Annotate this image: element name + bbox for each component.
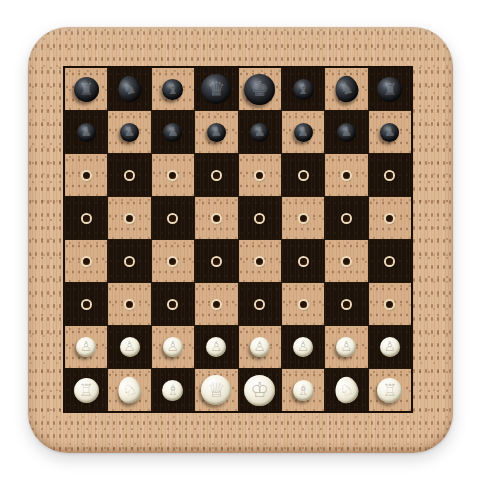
square-c5[interactable] <box>152 197 194 239</box>
piece-black-pawn-g7[interactable]: ♟ <box>337 123 356 142</box>
white-pawn-glyph-icon: ♙ <box>167 340 179 354</box>
piece-white-rook-h1[interactable]: ♖ <box>377 378 402 403</box>
square-a5[interactable] <box>65 197 107 239</box>
square-f4[interactable] <box>282 240 324 282</box>
peg-hole <box>126 215 133 222</box>
piece-white-pawn-d2[interactable]: ♙ <box>206 337 226 357</box>
peg-hole <box>169 172 176 179</box>
square-b1[interactable]: ♘ <box>108 369 150 411</box>
square-c1[interactable]: ♗ <box>152 369 194 411</box>
peg-hole <box>213 258 220 265</box>
piece-white-pawn-e2[interactable]: ♙ <box>250 337 270 357</box>
piece-white-bishop-f1[interactable]: ♗ <box>293 380 314 401</box>
square-f2[interactable]: ♙ <box>282 326 324 368</box>
piece-white-rook-a1[interactable]: ♖ <box>74 378 99 403</box>
piece-white-knight-b1[interactable]: ♘ <box>115 374 145 406</box>
peg-hole <box>169 258 176 265</box>
black-knight-glyph-icon: ♞ <box>337 79 355 98</box>
black-pawn-glyph-icon: ♟ <box>167 126 179 139</box>
square-d4[interactable] <box>195 240 237 282</box>
peg-hole <box>343 215 350 222</box>
square-g2[interactable]: ♙ <box>325 326 367 368</box>
peg-hole <box>300 258 307 265</box>
black-pawn-glyph-icon: ♟ <box>254 126 266 139</box>
black-king-glyph-icon: ♚ <box>250 78 269 99</box>
piece-black-pawn-e7[interactable]: ♟ <box>250 123 269 142</box>
piece-white-king-e1[interactable]: ♔ <box>244 375 275 406</box>
black-pawn-glyph-icon: ♟ <box>297 126 309 139</box>
piece-black-queen-d8[interactable]: ♛ <box>201 74 231 104</box>
square-h4[interactable] <box>369 240 411 282</box>
square-g1[interactable]: ♘ <box>325 369 367 411</box>
square-g5[interactable] <box>325 197 367 239</box>
black-bishop-glyph-icon: ♝ <box>297 82 310 96</box>
peg-hole <box>300 172 307 179</box>
black-pawn-glyph-icon: ♟ <box>341 126 353 139</box>
peg-hole <box>256 172 263 179</box>
chess-board: ♜♞♝♛♚♝♞♜♟♟♟♟♟♟♟♟♙♙♙♙♙♙♙♙♖♘♗♕♔♗♘♖ <box>63 66 413 413</box>
square-e8[interactable]: ♚ <box>239 68 281 110</box>
square-g3[interactable] <box>325 283 367 325</box>
peg-hole <box>83 301 90 308</box>
square-c6[interactable] <box>152 154 194 196</box>
peg-hole <box>83 172 90 179</box>
piece-white-pawn-f2[interactable]: ♙ <box>293 337 313 357</box>
white-knight-glyph-icon: ♘ <box>121 380 139 399</box>
piece-white-pawn-g2[interactable]: ♙ <box>336 337 356 357</box>
square-d8[interactable]: ♛ <box>195 68 237 110</box>
square-e7[interactable]: ♟ <box>239 111 281 153</box>
black-pawn-glyph-icon: ♟ <box>80 126 92 139</box>
piece-white-queen-d1[interactable]: ♕ <box>201 375 231 405</box>
square-e2[interactable]: ♙ <box>239 326 281 368</box>
peg-hole <box>83 215 90 222</box>
piece-black-bishop-c8[interactable]: ♝ <box>162 79 183 100</box>
black-rook-glyph-icon: ♜ <box>79 81 94 98</box>
square-c4[interactable] <box>152 240 194 282</box>
peg-hole <box>126 172 133 179</box>
square-b2[interactable]: ♙ <box>108 326 150 368</box>
square-a3[interactable] <box>65 283 107 325</box>
piece-black-king-e8[interactable]: ♚ <box>244 74 275 105</box>
piece-white-knight-g1[interactable]: ♘ <box>332 374 362 406</box>
white-queen-glyph-icon: ♕ <box>207 380 225 400</box>
peg-hole <box>169 301 176 308</box>
square-e1[interactable]: ♔ <box>239 369 281 411</box>
black-pawn-glyph-icon: ♟ <box>124 126 136 139</box>
piece-black-knight-g8[interactable]: ♞ <box>332 73 362 105</box>
square-b7[interactable]: ♟ <box>108 111 150 153</box>
square-d2[interactable]: ♙ <box>195 326 237 368</box>
square-f5[interactable] <box>282 197 324 239</box>
square-b4[interactable] <box>108 240 150 282</box>
square-f7[interactable]: ♟ <box>282 111 324 153</box>
square-h2[interactable]: ♙ <box>369 326 411 368</box>
black-rook-glyph-icon: ♜ <box>382 81 397 98</box>
square-e6[interactable] <box>239 154 281 196</box>
piece-black-pawn-f7[interactable]: ♟ <box>294 123 313 142</box>
peg-hole <box>213 301 220 308</box>
piece-black-pawn-d7[interactable]: ♟ <box>207 123 226 142</box>
black-pawn-glyph-icon: ♟ <box>384 126 396 139</box>
square-h3[interactable] <box>369 283 411 325</box>
peg-hole <box>386 258 393 265</box>
square-a7[interactable]: ♟ <box>65 111 107 153</box>
square-e5[interactable] <box>239 197 281 239</box>
square-d5[interactable] <box>195 197 237 239</box>
square-d6[interactable] <box>195 154 237 196</box>
white-knight-glyph-icon: ♘ <box>337 380 355 399</box>
black-bishop-glyph-icon: ♝ <box>167 82 180 96</box>
square-e4[interactable] <box>239 240 281 282</box>
square-a1[interactable]: ♖ <box>65 369 107 411</box>
peg-hole <box>300 301 307 308</box>
square-h1[interactable]: ♖ <box>369 369 411 411</box>
peg-hole <box>256 215 263 222</box>
square-c7[interactable]: ♟ <box>152 111 194 153</box>
white-rook-glyph-icon: ♖ <box>382 382 397 399</box>
black-pawn-glyph-icon: ♟ <box>211 126 223 139</box>
piece-white-pawn-a2[interactable]: ♙ <box>76 337 96 357</box>
piece-black-rook-h8[interactable]: ♜ <box>377 77 402 102</box>
square-d7[interactable]: ♟ <box>195 111 237 153</box>
square-d1[interactable]: ♕ <box>195 369 237 411</box>
square-a6[interactable] <box>65 154 107 196</box>
white-pawn-glyph-icon: ♙ <box>384 340 396 354</box>
square-g6[interactable] <box>325 154 367 196</box>
square-c8[interactable]: ♝ <box>152 68 194 110</box>
white-pawn-glyph-icon: ♙ <box>80 340 92 354</box>
square-a2[interactable]: ♙ <box>65 326 107 368</box>
piece-black-rook-a8[interactable]: ♜ <box>74 77 99 102</box>
piece-white-pawn-h2[interactable]: ♙ <box>380 337 400 357</box>
square-h5[interactable] <box>369 197 411 239</box>
piece-black-pawn-h7[interactable]: ♟ <box>380 123 399 142</box>
white-rook-glyph-icon: ♖ <box>79 382 94 399</box>
piece-black-knight-b8[interactable]: ♞ <box>115 73 145 105</box>
piece-black-pawn-c7[interactable]: ♟ <box>163 123 182 142</box>
square-a4[interactable] <box>65 240 107 282</box>
piece-black-pawn-b7[interactable]: ♟ <box>120 123 139 142</box>
peg-hole <box>256 258 263 265</box>
peg-hole <box>343 301 350 308</box>
peg-hole <box>126 258 133 265</box>
square-f1[interactable]: ♗ <box>282 369 324 411</box>
peg-hole <box>256 301 263 308</box>
peg-hole <box>343 258 350 265</box>
square-d3[interactable] <box>195 283 237 325</box>
peg-hole <box>169 215 176 222</box>
piece-black-pawn-a7[interactable]: ♟ <box>77 123 96 142</box>
piece-white-pawn-b2[interactable]: ♙ <box>120 337 140 357</box>
white-pawn-glyph-icon: ♙ <box>297 340 309 354</box>
square-g4[interactable] <box>325 240 367 282</box>
peg-hole <box>83 258 90 265</box>
square-b6[interactable] <box>108 154 150 196</box>
white-pawn-glyph-icon: ♙ <box>254 340 266 354</box>
square-a8[interactable]: ♜ <box>65 68 107 110</box>
square-b3[interactable] <box>108 283 150 325</box>
peg-hole <box>386 215 393 222</box>
white-pawn-glyph-icon: ♙ <box>210 340 222 354</box>
square-f3[interactable] <box>282 283 324 325</box>
square-c2[interactable]: ♙ <box>152 326 194 368</box>
piece-black-bishop-f8[interactable]: ♝ <box>293 79 314 100</box>
peg-hole <box>213 172 220 179</box>
black-queen-glyph-icon: ♛ <box>207 79 225 99</box>
white-pawn-glyph-icon: ♙ <box>340 340 352 354</box>
peg-hole <box>126 301 133 308</box>
peg-hole <box>343 172 350 179</box>
black-knight-glyph-icon: ♞ <box>121 79 139 98</box>
square-f8[interactable]: ♝ <box>282 68 324 110</box>
square-h6[interactable] <box>369 154 411 196</box>
square-h7[interactable]: ♟ <box>369 111 411 153</box>
piece-white-pawn-c2[interactable]: ♙ <box>163 337 183 357</box>
square-b5[interactable] <box>108 197 150 239</box>
piece-white-bishop-c1[interactable]: ♗ <box>162 380 183 401</box>
product-photo-background: ♜♞♝♛♚♝♞♜♟♟♟♟♟♟♟♟♙♙♙♙♙♙♙♙♖♘♗♕♔♗♘♖ <box>0 0 480 480</box>
square-h8[interactable]: ♜ <box>369 68 411 110</box>
square-e3[interactable] <box>239 283 281 325</box>
peg-hole <box>386 172 393 179</box>
square-b8[interactable]: ♞ <box>108 68 150 110</box>
peg-hole <box>386 301 393 308</box>
peg-hole <box>300 215 307 222</box>
square-g7[interactable]: ♟ <box>325 111 367 153</box>
white-bishop-glyph-icon: ♗ <box>167 383 180 397</box>
peg-hole <box>213 215 220 222</box>
square-g8[interactable]: ♞ <box>325 68 367 110</box>
wooden-board-tray: ♜♞♝♛♚♝♞♜♟♟♟♟♟♟♟♟♙♙♙♙♙♙♙♙♖♘♗♕♔♗♘♖ <box>28 27 453 453</box>
square-c3[interactable] <box>152 283 194 325</box>
square-f6[interactable] <box>282 154 324 196</box>
white-king-glyph-icon: ♔ <box>250 379 269 400</box>
white-pawn-glyph-icon: ♙ <box>123 340 135 354</box>
white-bishop-glyph-icon: ♗ <box>297 383 310 397</box>
